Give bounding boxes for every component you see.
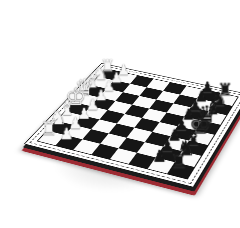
- black-rook-icon: ♜: [162, 151, 197, 171]
- black-knight-icon: ♞: [169, 139, 204, 160]
- black-pawn-icon: ♟: [165, 118, 198, 133]
- black-pawn-icon: ♟: [150, 138, 184, 154]
- chess-set-photo: ♜♞♝♛♚♝♞♜♟♟♟♟♟♟♟♟♟♟♟♟♟♟♟♟♜♞♝♛♚♝♞♜: [0, 0, 240, 228]
- black-bishop-icon: ♝: [177, 127, 211, 148]
- black-pawn-icon: ♟: [158, 128, 192, 144]
